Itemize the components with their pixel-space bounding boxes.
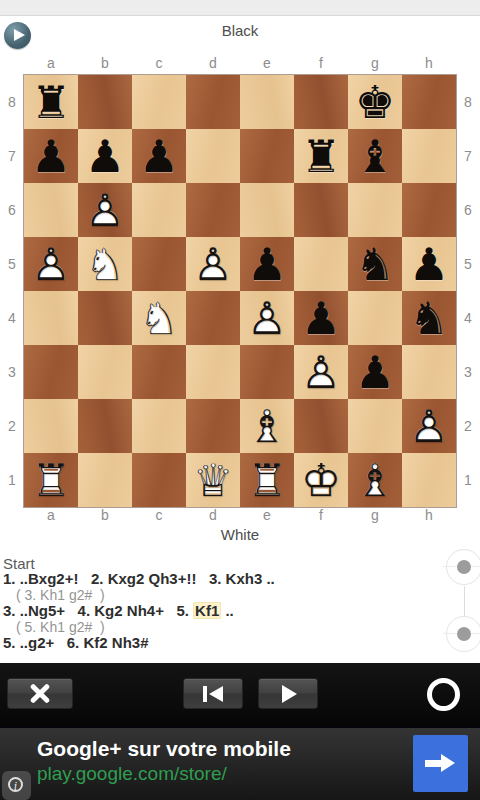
square-h7[interactable] bbox=[402, 129, 456, 183]
square-b4[interactable] bbox=[78, 291, 132, 345]
bottom-toolbar bbox=[0, 663, 480, 727]
square-e8[interactable] bbox=[240, 75, 294, 129]
black-knight: ♞ bbox=[402, 291, 456, 345]
square-e4[interactable]: ♟♙ bbox=[240, 291, 294, 345]
white-bishop: ♝♗ bbox=[240, 399, 294, 453]
square-f4[interactable]: ♟ bbox=[294, 291, 348, 345]
square-f8[interactable] bbox=[294, 75, 348, 129]
square-c8[interactable] bbox=[132, 75, 186, 129]
square-b2[interactable] bbox=[78, 399, 132, 453]
player-top-label: Black bbox=[0, 22, 480, 39]
info-icon: i bbox=[8, 777, 23, 792]
square-e3[interactable] bbox=[240, 345, 294, 399]
file-labels-top: abcdefgh bbox=[24, 55, 456, 69]
square-e7[interactable] bbox=[240, 129, 294, 183]
square-c1[interactable] bbox=[132, 453, 186, 507]
square-f5[interactable] bbox=[294, 237, 348, 291]
move-text: 5. ..g2+ 6. Kf2 Nh3# bbox=[3, 634, 148, 651]
main-line[interactable]: 1. ..Bxg2+! 2. Kxg2 Qh3+!! 3. Kxh3 .. bbox=[3, 571, 433, 587]
white-bishop: ♝♗ bbox=[348, 453, 402, 507]
square-a5[interactable]: ♟♙ bbox=[24, 237, 78, 291]
white-pawn: ♟♙ bbox=[186, 237, 240, 291]
square-b1[interactable] bbox=[78, 453, 132, 507]
square-c7[interactable]: ♟ bbox=[132, 129, 186, 183]
square-c3[interactable] bbox=[132, 345, 186, 399]
square-d8[interactable] bbox=[186, 75, 240, 129]
square-c4[interactable]: ♞♘ bbox=[132, 291, 186, 345]
play-triangle-icon bbox=[282, 685, 297, 703]
square-h3[interactable] bbox=[402, 345, 456, 399]
close-x-icon bbox=[29, 683, 51, 705]
white-king: ♚♔ bbox=[294, 453, 348, 507]
play-forward-button[interactable] bbox=[258, 678, 318, 709]
black-king: ♚ bbox=[348, 75, 402, 129]
rank-labels-right: 87654321 bbox=[456, 75, 480, 507]
skip-to-start-icon bbox=[203, 686, 223, 702]
move-text: ( 5. Kh1 g2# ) bbox=[16, 619, 105, 635]
square-b8[interactable] bbox=[78, 75, 132, 129]
square-d1[interactable]: ♛♕ bbox=[186, 453, 240, 507]
square-d3[interactable] bbox=[186, 345, 240, 399]
square-a8[interactable]: ♜ bbox=[24, 75, 78, 129]
square-e1[interactable]: ♜♖ bbox=[240, 453, 294, 507]
square-e5[interactable]: ♟ bbox=[240, 237, 294, 291]
player-bottom-label: White bbox=[0, 526, 480, 543]
ad-cta-button[interactable] bbox=[413, 735, 468, 792]
square-a2[interactable] bbox=[24, 399, 78, 453]
square-h4[interactable]: ♞ bbox=[402, 291, 456, 345]
square-f3[interactable]: ♟♙ bbox=[294, 345, 348, 399]
ad-info-button[interactable]: i bbox=[2, 771, 31, 800]
ad-title[interactable]: Google+ sur votre mobile bbox=[37, 737, 291, 761]
square-g4[interactable] bbox=[348, 291, 402, 345]
move-text: 1. ..Bxg2+! 2. Kxg2 Qh3+!! 3. Kxh3 .. bbox=[3, 570, 275, 587]
arrow-right-icon bbox=[425, 756, 443, 770]
black-pawn: ♟ bbox=[348, 345, 402, 399]
square-b5[interactable]: ♞♘ bbox=[78, 237, 132, 291]
white-knight: ♞♘ bbox=[78, 237, 132, 291]
square-h8[interactable] bbox=[402, 75, 456, 129]
black-pawn: ♟ bbox=[402, 237, 456, 291]
square-d7[interactable] bbox=[186, 129, 240, 183]
square-h6[interactable] bbox=[402, 183, 456, 237]
variation-line[interactable]: ( 5. Kh1 g2# ) bbox=[3, 619, 433, 635]
move-text: 3. ..Ng5+ 4. Kg2 Nh4+ 5. bbox=[3, 602, 193, 619]
knob-dot-icon bbox=[457, 560, 471, 574]
black-rook: ♜ bbox=[294, 129, 348, 183]
white-pawn: ♟♙ bbox=[402, 399, 456, 453]
white-pawn: ♟♙ bbox=[294, 345, 348, 399]
move-list[interactable]: 1. ..Bxg2+! 2. Kxg2 Qh3+!! 3. Kxh3 ..( 3… bbox=[3, 571, 433, 651]
square-d2[interactable] bbox=[186, 399, 240, 453]
main-line[interactable]: 3. ..Ng5+ 4. Kg2 Nh4+ 5. Kf1 .. bbox=[3, 603, 433, 619]
main-line[interactable]: 5. ..g2+ 6. Kf2 Nh3# bbox=[3, 635, 433, 651]
variation-line[interactable]: ( 3. Kh1 g2# ) bbox=[3, 587, 433, 603]
black-pawn: ♟ bbox=[24, 129, 78, 183]
white-pawn: ♟♙ bbox=[24, 237, 78, 291]
ad-url[interactable]: play.google.com/store/ bbox=[37, 763, 227, 785]
white-knight: ♞♘ bbox=[132, 291, 186, 345]
scroll-track bbox=[464, 586, 465, 616]
square-b3[interactable] bbox=[78, 345, 132, 399]
square-a6[interactable] bbox=[24, 183, 78, 237]
square-b6[interactable]: ♟♙ bbox=[78, 183, 132, 237]
square-h1[interactable] bbox=[402, 453, 456, 507]
square-e6[interactable] bbox=[240, 183, 294, 237]
square-a4[interactable] bbox=[24, 291, 78, 345]
square-d4[interactable] bbox=[186, 291, 240, 345]
square-g5[interactable]: ♞ bbox=[348, 237, 402, 291]
square-c5[interactable] bbox=[132, 237, 186, 291]
black-pawn: ♟ bbox=[78, 129, 132, 183]
white-rook: ♜♖ bbox=[24, 453, 78, 507]
knob-dot-icon bbox=[457, 627, 471, 641]
white-queen: ♛♕ bbox=[186, 453, 240, 507]
square-a1[interactable]: ♜♖ bbox=[24, 453, 78, 507]
square-h2[interactable]: ♟♙ bbox=[402, 399, 456, 453]
square-b7[interactable]: ♟ bbox=[78, 129, 132, 183]
square-f1[interactable]: ♚♔ bbox=[294, 453, 348, 507]
square-g2[interactable] bbox=[348, 399, 402, 453]
square-c2[interactable] bbox=[132, 399, 186, 453]
close-button[interactable] bbox=[7, 678, 73, 709]
move-text: .. bbox=[221, 602, 234, 619]
status-bar bbox=[0, 0, 480, 16]
move-text: ( 3. Kh1 g2# ) bbox=[16, 587, 105, 603]
black-knight: ♞ bbox=[348, 237, 402, 291]
rank-labels-left: 87654321 bbox=[0, 75, 24, 507]
square-c6[interactable] bbox=[132, 183, 186, 237]
ad-banner[interactable]: Google+ sur votre mobile play.google.com… bbox=[0, 727, 480, 800]
square-g8[interactable]: ♚ bbox=[348, 75, 402, 129]
square-h5[interactable]: ♟ bbox=[402, 237, 456, 291]
black-rook: ♜ bbox=[24, 75, 78, 129]
square-g7[interactable]: ♝ bbox=[348, 129, 402, 183]
square-g1[interactable]: ♝♗ bbox=[348, 453, 402, 507]
scroll-handle-bottom[interactable] bbox=[446, 616, 480, 652]
square-e2[interactable]: ♝♗ bbox=[240, 399, 294, 453]
square-a3[interactable] bbox=[24, 345, 78, 399]
white-pawn: ♟♙ bbox=[78, 183, 132, 237]
white-rook: ♜♖ bbox=[240, 453, 294, 507]
square-f2[interactable] bbox=[294, 399, 348, 453]
square-d5[interactable]: ♟♙ bbox=[186, 237, 240, 291]
white-pawn: ♟♙ bbox=[240, 291, 294, 345]
record-circle-button[interactable] bbox=[427, 678, 460, 711]
skip-to-start-button[interactable] bbox=[183, 678, 243, 709]
black-pawn: ♟ bbox=[294, 291, 348, 345]
square-f6[interactable] bbox=[294, 183, 348, 237]
square-f7[interactable]: ♜ bbox=[294, 129, 348, 183]
scroll-handle-top[interactable] bbox=[446, 549, 480, 585]
black-pawn: ♟ bbox=[240, 237, 294, 291]
square-d6[interactable] bbox=[186, 183, 240, 237]
square-a7[interactable]: ♟ bbox=[24, 129, 78, 183]
square-g3[interactable]: ♟ bbox=[348, 345, 402, 399]
file-labels-bottom: abcdefgh bbox=[24, 507, 456, 521]
chess-board[interactable]: ♜♚♟♟♟♜♝♟♙♟♙♞♘♟♙♟♞♟♞♘♟♙♟♞♟♙♟♝♗♟♙♜♖♛♕♜♖♚♔♝… bbox=[24, 75, 456, 507]
current-move[interactable]: Kf1 bbox=[193, 602, 221, 619]
black-bishop: ♝ bbox=[348, 129, 402, 183]
black-pawn: ♟ bbox=[132, 129, 186, 183]
square-g6[interactable] bbox=[348, 183, 402, 237]
